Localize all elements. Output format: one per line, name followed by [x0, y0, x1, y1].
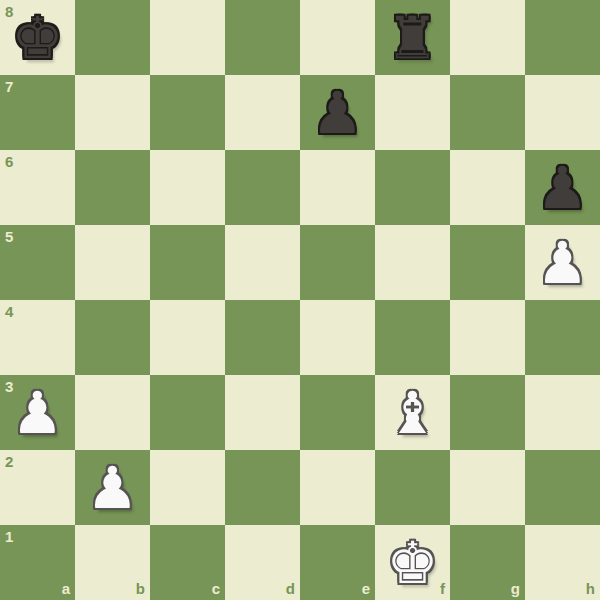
square-h6[interactable]: ♟ — [525, 150, 600, 225]
rank-label-7: 7 — [5, 79, 13, 94]
file-label-h: h — [586, 581, 595, 596]
square-d3[interactable] — [225, 375, 300, 450]
square-c7[interactable] — [150, 75, 225, 150]
square-f8[interactable]: ♜ — [375, 0, 450, 75]
square-b5[interactable] — [75, 225, 150, 300]
square-h7[interactable] — [525, 75, 600, 150]
square-a1[interactable]: 1a — [0, 525, 75, 600]
piece-white-pawn[interactable]: ♟ — [75, 450, 150, 525]
square-g5[interactable] — [450, 225, 525, 300]
square-f7[interactable] — [375, 75, 450, 150]
square-d1[interactable]: d — [225, 525, 300, 600]
square-a3[interactable]: 3♟ — [0, 375, 75, 450]
square-e3[interactable] — [300, 375, 375, 450]
square-d8[interactable] — [225, 0, 300, 75]
square-b4[interactable] — [75, 300, 150, 375]
square-b2[interactable]: ♟ — [75, 450, 150, 525]
file-label-c: c — [212, 581, 220, 596]
piece-white-bishop[interactable]: ♝ — [375, 375, 450, 450]
piece-white-king[interactable]: ♚ — [375, 525, 450, 600]
square-g3[interactable] — [450, 375, 525, 450]
square-h5[interactable]: ♟ — [525, 225, 600, 300]
piece-white-pawn[interactable]: ♟ — [0, 375, 75, 450]
square-a4[interactable]: 4 — [0, 300, 75, 375]
square-h3[interactable] — [525, 375, 600, 450]
rank-label-1: 1 — [5, 529, 13, 544]
file-label-e: e — [362, 581, 370, 596]
file-label-g: g — [511, 581, 520, 596]
square-b3[interactable] — [75, 375, 150, 450]
square-d4[interactable] — [225, 300, 300, 375]
piece-black-pawn[interactable]: ♟ — [300, 75, 375, 150]
square-h8[interactable] — [525, 0, 600, 75]
rank-label-2: 2 — [5, 454, 13, 469]
square-d6[interactable] — [225, 150, 300, 225]
square-d5[interactable] — [225, 225, 300, 300]
square-g1[interactable]: g — [450, 525, 525, 600]
square-e6[interactable] — [300, 150, 375, 225]
square-g8[interactable] — [450, 0, 525, 75]
square-b8[interactable] — [75, 0, 150, 75]
square-f1[interactable]: f♚ — [375, 525, 450, 600]
piece-black-king[interactable]: ♚ — [0, 0, 75, 75]
piece-black-rook[interactable]: ♜ — [375, 0, 450, 75]
square-f5[interactable] — [375, 225, 450, 300]
square-e5[interactable] — [300, 225, 375, 300]
square-e7[interactable]: ♟ — [300, 75, 375, 150]
square-b1[interactable]: b — [75, 525, 150, 600]
square-h1[interactable]: h — [525, 525, 600, 600]
square-e1[interactable]: e — [300, 525, 375, 600]
square-e8[interactable] — [300, 0, 375, 75]
square-d2[interactable] — [225, 450, 300, 525]
square-e4[interactable] — [300, 300, 375, 375]
chess-board: 8♚♜7♟6♟5♟43♟♝2♟1abcdef♚gh — [0, 0, 600, 600]
rank-label-4: 4 — [5, 304, 13, 319]
square-f6[interactable] — [375, 150, 450, 225]
square-h2[interactable] — [525, 450, 600, 525]
square-h4[interactable] — [525, 300, 600, 375]
piece-black-pawn[interactable]: ♟ — [525, 150, 600, 225]
square-a2[interactable]: 2 — [0, 450, 75, 525]
square-g4[interactable] — [450, 300, 525, 375]
square-d7[interactable] — [225, 75, 300, 150]
file-label-a: a — [62, 581, 70, 596]
square-c4[interactable] — [150, 300, 225, 375]
square-a6[interactable]: 6 — [0, 150, 75, 225]
square-g7[interactable] — [450, 75, 525, 150]
file-label-d: d — [286, 581, 295, 596]
square-b6[interactable] — [75, 150, 150, 225]
square-e2[interactable] — [300, 450, 375, 525]
square-c8[interactable] — [150, 0, 225, 75]
square-c5[interactable] — [150, 225, 225, 300]
square-b7[interactable] — [75, 75, 150, 150]
piece-white-pawn[interactable]: ♟ — [525, 225, 600, 300]
square-g2[interactable] — [450, 450, 525, 525]
square-c6[interactable] — [150, 150, 225, 225]
square-c2[interactable] — [150, 450, 225, 525]
square-a8[interactable]: 8♚ — [0, 0, 75, 75]
square-a7[interactable]: 7 — [0, 75, 75, 150]
square-c1[interactable]: c — [150, 525, 225, 600]
square-a5[interactable]: 5 — [0, 225, 75, 300]
square-c3[interactable] — [150, 375, 225, 450]
square-f3[interactable]: ♝ — [375, 375, 450, 450]
rank-label-6: 6 — [5, 154, 13, 169]
square-f4[interactable] — [375, 300, 450, 375]
file-label-b: b — [136, 581, 145, 596]
rank-label-5: 5 — [5, 229, 13, 244]
square-g6[interactable] — [450, 150, 525, 225]
square-f2[interactable] — [375, 450, 450, 525]
